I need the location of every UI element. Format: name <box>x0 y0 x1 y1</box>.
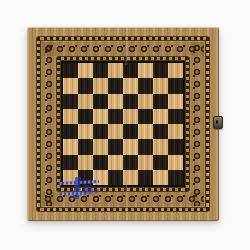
square-h4 <box>168 124 183 139</box>
square-f5 <box>138 109 153 124</box>
square-d3 <box>108 139 123 154</box>
square-c6 <box>93 94 108 109</box>
product-photo-background <box>0 0 250 250</box>
square-c3 <box>93 139 108 154</box>
stamp-stroke <box>94 189 99 193</box>
square-a5 <box>63 109 78 124</box>
ornament-border-top <box>42 42 204 56</box>
square-f7 <box>138 78 153 93</box>
square-d6 <box>108 94 123 109</box>
square-h2 <box>168 155 183 170</box>
square-b4 <box>78 124 93 139</box>
square-a8 <box>63 63 78 78</box>
square-e4 <box>123 124 138 139</box>
square-g8 <box>153 63 168 78</box>
square-f4 <box>138 124 153 139</box>
square-b5 <box>78 109 93 124</box>
square-d7 <box>108 78 123 93</box>
square-f2 <box>138 155 153 170</box>
square-e3 <box>123 139 138 154</box>
square-e7 <box>123 78 138 93</box>
ornament-border-right <box>190 42 204 206</box>
square-c8 <box>93 63 108 78</box>
square-b3 <box>78 139 93 154</box>
square-d2 <box>108 155 123 170</box>
ornament-border-left <box>42 42 56 206</box>
square-h5 <box>168 109 183 124</box>
square-e1 <box>123 170 138 185</box>
square-b8 <box>78 63 93 78</box>
stamp-stroke <box>73 177 81 199</box>
square-d1 <box>108 170 123 185</box>
fold-seam-bottom <box>125 183 127 220</box>
square-b2 <box>78 155 93 170</box>
chess-board <box>27 27 219 221</box>
fold-seam-top <box>125 28 127 65</box>
square-g1 <box>153 170 168 185</box>
square-c7 <box>93 78 108 93</box>
square-f8 <box>138 63 153 78</box>
square-a7 <box>63 78 78 93</box>
square-g6 <box>153 94 168 109</box>
square-c4 <box>93 124 108 139</box>
square-h8 <box>168 63 183 78</box>
square-g4 <box>153 124 168 139</box>
square-a3 <box>63 139 78 154</box>
square-g7 <box>153 78 168 93</box>
square-f6 <box>138 94 153 109</box>
square-a4 <box>63 124 78 139</box>
metal-clasp <box>213 116 223 129</box>
square-b6 <box>78 94 93 109</box>
square-h7 <box>168 78 183 93</box>
square-h1 <box>168 170 183 185</box>
square-d5 <box>108 109 123 124</box>
ink-stamp <box>58 177 105 203</box>
square-a6 <box>63 94 78 109</box>
square-f3 <box>138 139 153 154</box>
checkerboard <box>63 63 183 185</box>
square-g3 <box>153 139 168 154</box>
square-e8 <box>123 63 138 78</box>
square-e5 <box>123 109 138 124</box>
square-h3 <box>168 139 183 154</box>
square-a2 <box>63 155 78 170</box>
stamp-stroke <box>82 184 93 194</box>
square-g5 <box>153 109 168 124</box>
square-h6 <box>168 94 183 109</box>
square-e2 <box>123 155 138 170</box>
square-c5 <box>93 109 108 124</box>
square-c2 <box>93 155 108 170</box>
square-b7 <box>78 78 93 93</box>
square-d8 <box>108 63 123 78</box>
square-d4 <box>108 124 123 139</box>
square-e6 <box>123 94 138 109</box>
square-g2 <box>153 155 168 170</box>
square-f1 <box>138 170 153 185</box>
